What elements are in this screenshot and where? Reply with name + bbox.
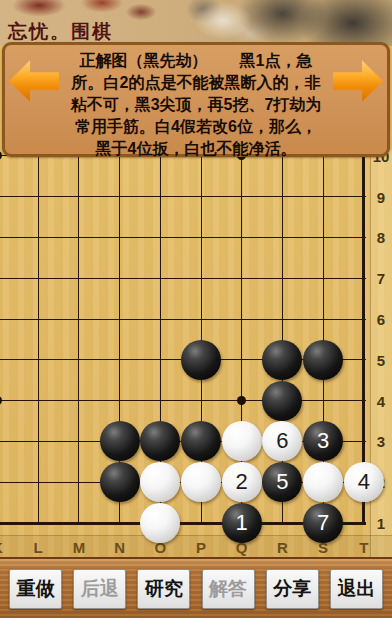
commentary-line: 黑于4位扳，白也不能净活。 [5, 138, 387, 160]
stone-black-R4 [262, 381, 302, 421]
col-label: T [352, 539, 376, 556]
grid-line [78, 150, 79, 525]
stone-white-P2 [181, 462, 221, 502]
research-button[interactable]: 研究 [137, 569, 190, 609]
stone-white-Q3 [222, 421, 262, 461]
grid-line [38, 150, 39, 525]
stone-black-S1: 7 [303, 503, 343, 543]
col-label: P [189, 539, 213, 556]
commentary-line: 正解图（黑先劫） 黑1点，急 [5, 50, 387, 72]
app-screen: 忘忧。围棋 KLMNOPQRST123456789106325417 正解图（黑… [0, 0, 392, 618]
stone-black-N3 [100, 421, 140, 461]
go-board[interactable]: KLMNOPQRST123456789106325417 [0, 150, 392, 557]
stone-black-R2: 5 [262, 462, 302, 502]
exit-button[interactable]: 退出 [330, 569, 383, 609]
move-number: 6 [276, 430, 288, 452]
move-number: 7 [317, 512, 329, 534]
grid-line [0, 319, 366, 320]
move-number: 2 [236, 471, 248, 493]
move-number: 1 [236, 512, 248, 534]
star-point [237, 396, 246, 405]
col-label: M [67, 539, 91, 556]
stone-black-P3 [181, 421, 221, 461]
row-label: 3 [371, 433, 391, 450]
stone-white-T2: 4 [344, 462, 384, 502]
stone-black-Q1: 1 [222, 503, 262, 543]
row-label: 9 [371, 189, 391, 206]
stone-white-O2 [140, 462, 180, 502]
col-label: K [0, 539, 10, 556]
stone-black-R5 [262, 340, 302, 380]
stone-black-O3 [140, 421, 180, 461]
next-arrow-button[interactable] [333, 59, 383, 103]
right-arrow-icon [333, 59, 383, 103]
stone-black-N2 [100, 462, 140, 502]
share-button[interactable]: 分享 [266, 569, 319, 609]
row-label: 1 [371, 515, 391, 532]
grid-line [0, 400, 366, 401]
commentary-text: 正解图（黑先劫） 黑1点，急 所。白2的点是不能被黑断入的，非 粘不可，黑3尖顶… [5, 50, 387, 160]
top-banner: 忘忧。围棋 [0, 0, 392, 46]
col-label: N [108, 539, 132, 556]
move-number: 5 [276, 471, 288, 493]
commentary-line: 所。白2的点是不能被黑断入的，非 [5, 72, 387, 94]
bottom-toolbar: 重做 后退 研究 解答 分享 退出 [0, 557, 392, 618]
stone-white-S2 [303, 462, 343, 502]
col-label: L [26, 539, 50, 556]
star-point [0, 151, 2, 160]
stone-black-S5 [303, 340, 343, 380]
col-label: R [270, 539, 294, 556]
grid-line [0, 237, 366, 238]
stone-black-S3: 3 [303, 421, 343, 461]
move-number: 4 [358, 471, 370, 493]
undo-button[interactable]: 后退 [73, 569, 126, 609]
row-label: 5 [371, 352, 391, 369]
grid-line [0, 196, 366, 197]
prev-arrow-button[interactable] [9, 59, 59, 103]
row-label: 4 [371, 393, 391, 410]
row-label: 8 [371, 229, 391, 246]
grid-line [0, 278, 366, 279]
row-label: 7 [371, 270, 391, 287]
commentary-line: 粘不可，黑3尖顶，再5挖、7打劫为 [5, 94, 387, 116]
stone-white-R3: 6 [262, 421, 302, 461]
commentary-line: 常用手筋。白4假若改6位，那么， [5, 116, 387, 138]
stone-white-Q2: 2 [222, 462, 262, 502]
stone-black-P5 [181, 340, 221, 380]
star-point [0, 396, 2, 405]
answer-button[interactable]: 解答 [202, 569, 255, 609]
row-label: 6 [371, 311, 391, 328]
redo-button[interactable]: 重做 [9, 569, 62, 609]
commentary-panel: 正解图（黑先劫） 黑1点，急 所。白2的点是不能被黑断入的，非 粘不可，黑3尖顶… [2, 42, 390, 157]
left-arrow-icon [9, 59, 59, 103]
move-number: 3 [317, 430, 329, 452]
